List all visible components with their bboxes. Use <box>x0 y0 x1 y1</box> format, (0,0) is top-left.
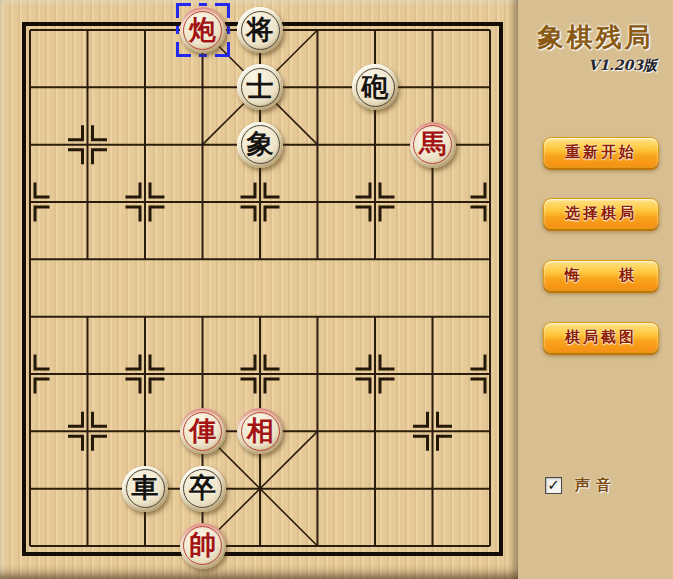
piece-red-horse[interactable]: 馬 <box>410 122 456 168</box>
choose-game-button[interactable]: 选择棋局 <box>543 198 659 229</box>
sound-checkbox-label: 声音 <box>575 476 617 495</box>
piece-red-elephant[interactable]: 相 <box>237 408 283 454</box>
xiangqi-app: 炮 将 士 砲 象 馬 <box>0 0 673 579</box>
piece-character: 帥 <box>189 531 216 558</box>
piece-red-cannon[interactable]: 炮 <box>180 7 226 53</box>
piece-red-general[interactable]: 帥 <box>180 523 226 569</box>
piece-ring: 砲 <box>356 68 395 107</box>
page-title: 象棋残局 <box>518 20 673 55</box>
piece-ring: 士 <box>241 68 280 107</box>
piece-ring: 帥 <box>183 526 222 565</box>
piece-black-advisor[interactable]: 士 <box>237 64 283 110</box>
piece-character: 相 <box>247 417 274 444</box>
piece-ring: 卒 <box>183 469 222 508</box>
piece-character: 車 <box>132 474 159 501</box>
piece-ring: 相 <box>241 412 280 451</box>
piece-red-chariot[interactable]: 俥 <box>180 408 226 454</box>
piece-character: 馬 <box>419 130 446 157</box>
piece-ring: 炮 <box>183 11 222 50</box>
sound-checkbox[interactable]: ✓ <box>545 477 562 494</box>
piece-black-soldier[interactable]: 卒 <box>180 466 226 512</box>
piece-ring: 将 <box>241 11 280 50</box>
xiangqi-board[interactable]: 炮 将 士 砲 象 馬 <box>0 0 518 579</box>
restart-button[interactable]: 重新开始 <box>543 137 659 168</box>
sound-toggle-row[interactable]: ✓ 声音 <box>545 476 617 495</box>
undo-move-button[interactable]: 悔 棋 <box>543 260 659 291</box>
piece-black-general[interactable]: 将 <box>237 7 283 53</box>
piece-character: 将 <box>247 16 274 43</box>
piece-black-elephant[interactable]: 象 <box>237 122 283 168</box>
piece-character: 砲 <box>362 73 389 100</box>
piece-ring: 車 <box>126 469 165 508</box>
piece-character: 象 <box>247 130 274 157</box>
sidebar: 象棋残局 V1.203版 重新开始 选择棋局 悔 棋 棋局截图 ✓ 声音 <box>518 0 673 579</box>
piece-character: 士 <box>247 73 274 100</box>
piece-character: 炮 <box>189 16 216 43</box>
piece-character: 俥 <box>189 417 216 444</box>
piece-ring: 馬 <box>413 125 452 164</box>
version-label: V1.203版 <box>588 57 657 75</box>
piece-ring: 象 <box>241 125 280 164</box>
piece-black-chariot[interactable]: 車 <box>122 466 168 512</box>
piece-ring: 俥 <box>183 412 222 451</box>
piece-black-cannon[interactable]: 砲 <box>352 64 398 110</box>
screenshot-button[interactable]: 棋局截图 <box>543 322 659 353</box>
piece-character: 卒 <box>189 474 216 501</box>
